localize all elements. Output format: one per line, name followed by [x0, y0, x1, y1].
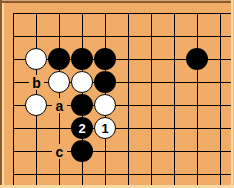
- grid-horizontal-line: [13, 13, 232, 14]
- board-frame-left-highlight: [2, 3, 4, 188]
- black-stone: [94, 48, 116, 70]
- white-stone: [25, 94, 47, 116]
- black-stone: [186, 48, 208, 70]
- white-stone: [94, 94, 116, 116]
- grid-horizontal-line: [13, 151, 232, 152]
- grid-vertical-line: [151, 13, 152, 186]
- grid-vertical-line: [128, 13, 129, 186]
- grid-horizontal-line: [13, 82, 232, 83]
- move-2-black-stone: 2: [71, 117, 93, 139]
- white-stone: [48, 71, 70, 93]
- grid-vertical-line: [174, 13, 175, 186]
- point-label-b: b: [29, 75, 44, 90]
- grid-vertical-line: [220, 13, 221, 186]
- black-stone: [94, 71, 116, 93]
- grid-vertical-line: [13, 13, 14, 186]
- point-label-c: c: [52, 144, 67, 159]
- black-stone: [71, 140, 93, 162]
- black-stone: [71, 94, 93, 116]
- grid-horizontal-line: [13, 36, 232, 37]
- grid-horizontal-line: [13, 128, 232, 129]
- move-1-white-stone: 1: [94, 117, 116, 139]
- grid-horizontal-line: [13, 174, 232, 175]
- white-stone: [25, 48, 47, 70]
- black-stone: [48, 48, 70, 70]
- black-stone: [71, 48, 93, 70]
- white-stone: [71, 71, 93, 93]
- board-frame-right: [231, 0, 234, 188]
- point-label-a: a: [52, 98, 67, 113]
- grid-vertical-line: [197, 13, 198, 186]
- board-frame-top: [0, 0, 234, 3]
- go-board-diagram: bac21: [0, 0, 234, 188]
- board-frame-bottom: [0, 185, 234, 188]
